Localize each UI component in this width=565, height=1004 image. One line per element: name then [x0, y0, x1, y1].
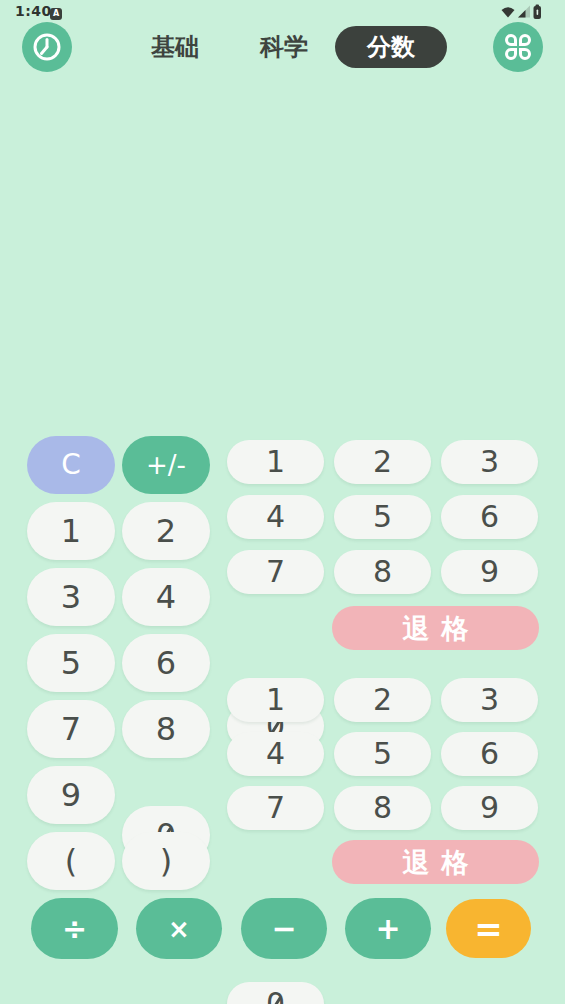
tab-basic[interactable]: 基础 — [130, 26, 220, 68]
key-den-0[interactable]: 0 — [227, 982, 324, 1004]
key-clear[interactable]: C — [27, 436, 115, 494]
fraction-calculator-app: 1:40 A 基础 科学 分数 — [0, 0, 565, 1004]
key-num-3[interactable]: 3 — [441, 440, 538, 484]
status-icons — [500, 4, 546, 20]
key-left-7[interactable]: 7 — [27, 700, 115, 758]
wifi-icon — [502, 7, 515, 17]
key-den-8[interactable]: 8 — [334, 786, 431, 830]
key-den-5[interactable]: 5 — [334, 732, 431, 776]
key-open-paren[interactable]: ( — [27, 832, 115, 890]
op-equals-button[interactable]: = — [446, 899, 531, 958]
op-divide-button[interactable]: ÷ — [31, 898, 118, 959]
key-left-5[interactable]: 5 — [27, 634, 115, 692]
clock-icon — [30, 30, 64, 64]
status-bar: 1:40 A — [0, 0, 565, 24]
apps-button[interactable] — [493, 22, 543, 72]
status-time: 1:40 — [15, 3, 52, 19]
key-den-7[interactable]: 7 — [227, 786, 324, 830]
key-den-backspace[interactable]: 退格 — [332, 840, 539, 884]
notification-badge: A — [50, 8, 62, 20]
key-num-6[interactable]: 6 — [441, 495, 538, 539]
key-num-8[interactable]: 8 — [334, 550, 431, 594]
key-den-9[interactable]: 9 — [441, 786, 538, 830]
battery-icon — [534, 5, 542, 20]
key-num-2[interactable]: 2 — [334, 440, 431, 484]
key-num-backspace[interactable]: 退格 — [332, 606, 539, 650]
key-left-6[interactable]: 6 — [122, 634, 210, 692]
key-den-3[interactable]: 3 — [441, 678, 538, 722]
key-den-6[interactable]: 6 — [441, 732, 538, 776]
op-add-button[interactable]: + — [345, 898, 431, 959]
key-left-1[interactable]: 1 — [27, 502, 115, 560]
history-button[interactable] — [22, 22, 72, 72]
key-num-4[interactable]: 4 — [227, 495, 324, 539]
op-subtract-button[interactable]: − — [241, 898, 327, 959]
key-plus-minus[interactable]: +/- — [122, 436, 210, 494]
key-left-9[interactable]: 9 — [27, 766, 115, 824]
key-left-2[interactable]: 2 — [122, 502, 210, 560]
tab-scientific[interactable]: 科学 — [240, 26, 328, 68]
key-left-8[interactable]: 8 — [122, 700, 210, 758]
key-den-1[interactable]: 1 — [227, 678, 324, 722]
key-den-4[interactable]: 4 — [227, 732, 324, 776]
key-close-paren[interactable]: ) — [122, 832, 210, 890]
notification-badge-letter: A — [53, 10, 59, 18]
key-num-1[interactable]: 1 — [227, 440, 324, 484]
key-left-3[interactable]: 3 — [27, 568, 115, 626]
cell-signal-icon — [518, 6, 530, 18]
tab-fraction[interactable]: 分数 — [335, 26, 447, 68]
clover-icon — [505, 34, 531, 60]
key-left-4[interactable]: 4 — [122, 568, 210, 626]
key-num-9[interactable]: 9 — [441, 550, 538, 594]
key-num-5[interactable]: 5 — [334, 495, 431, 539]
key-num-7[interactable]: 7 — [227, 550, 324, 594]
op-multiply-button[interactable]: × — [136, 898, 222, 959]
key-den-2[interactable]: 2 — [334, 678, 431, 722]
